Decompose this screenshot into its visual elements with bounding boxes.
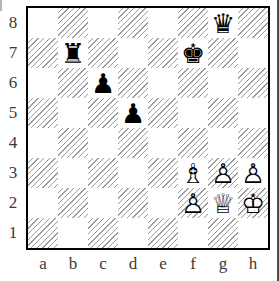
square-e6[interactable] (148, 68, 178, 98)
square-e3[interactable] (148, 158, 178, 188)
square-g6[interactable] (208, 68, 238, 98)
white-king-fill: ♚ (238, 188, 268, 218)
file-labels: abcdefgh (28, 251, 268, 277)
piece-white-queen: ♕ (208, 188, 238, 218)
window-edge-line (277, 0, 279, 281)
square-f5[interactable] (178, 98, 208, 128)
white-bishop-fill: ♝ (178, 158, 208, 188)
square-a2[interactable] (28, 188, 58, 218)
white-pawn-fill: ♟ (208, 158, 238, 188)
square-f6[interactable] (178, 68, 208, 98)
square-a3[interactable] (28, 158, 58, 188)
square-d7[interactable] (118, 38, 148, 68)
square-b6[interactable] (58, 68, 88, 98)
square-f2[interactable]: ♟♙ (178, 188, 208, 218)
piece-white-pawn: ♙ (208, 158, 238, 188)
piece-black-rook: ♜ (58, 38, 88, 68)
file-label-e: e (148, 251, 178, 277)
square-c6[interactable]: ♟ (88, 68, 118, 98)
square-c1[interactable] (88, 218, 118, 248)
square-b7[interactable]: ♜ (58, 38, 88, 68)
white-pawn-fill: ♟ (238, 158, 268, 188)
chess-diagram: ♛♜♚♟♟♝♗♟♙♟♙♟♙♛♕♚♔ 87654321 abcdefgh (0, 0, 279, 281)
square-d4[interactable] (118, 128, 148, 158)
square-c3[interactable] (88, 158, 118, 188)
square-e4[interactable] (148, 128, 178, 158)
square-f4[interactable] (178, 128, 208, 158)
square-h8[interactable] (238, 8, 268, 38)
square-d2[interactable] (118, 188, 148, 218)
square-b2[interactable] (58, 188, 88, 218)
white-queen-fill: ♛ (208, 188, 238, 218)
file-label-a: a (28, 251, 58, 277)
piece-white-bishop: ♗ (178, 158, 208, 188)
square-e1[interactable] (148, 218, 178, 248)
square-f7[interactable]: ♚ (178, 38, 208, 68)
square-a7[interactable] (28, 38, 58, 68)
rank-label-6: 6 (0, 68, 26, 98)
square-e8[interactable] (148, 8, 178, 38)
file-label-d: d (118, 251, 148, 277)
file-label-h: h (238, 251, 268, 277)
square-h3[interactable]: ♟♙ (238, 158, 268, 188)
square-c7[interactable] (88, 38, 118, 68)
square-h4[interactable] (238, 128, 268, 158)
square-b5[interactable] (58, 98, 88, 128)
square-h1[interactable] (238, 218, 268, 248)
rank-label-5: 5 (0, 98, 26, 128)
square-a4[interactable] (28, 128, 58, 158)
square-e2[interactable] (148, 188, 178, 218)
square-e5[interactable] (148, 98, 178, 128)
square-d8[interactable] (118, 8, 148, 38)
square-b1[interactable] (58, 218, 88, 248)
square-a6[interactable] (28, 68, 58, 98)
square-c4[interactable] (88, 128, 118, 158)
file-label-f: f (178, 251, 208, 277)
piece-black-pawn: ♟ (118, 98, 148, 128)
square-f1[interactable] (178, 218, 208, 248)
chess-board: ♛♜♚♟♟♝♗♟♙♟♙♟♙♛♕♚♔ (26, 6, 270, 250)
rank-label-2: 2 (0, 188, 26, 218)
window-edge-fragment (0, 0, 2, 11)
square-h5[interactable] (238, 98, 268, 128)
square-g3[interactable]: ♟♙ (208, 158, 238, 188)
square-d1[interactable] (118, 218, 148, 248)
square-h7[interactable] (238, 38, 268, 68)
square-e7[interactable] (148, 38, 178, 68)
square-g8[interactable]: ♛ (208, 8, 238, 38)
piece-black-king: ♚ (178, 38, 208, 68)
rank-label-1: 1 (0, 218, 26, 248)
square-f8[interactable] (178, 8, 208, 38)
square-g2[interactable]: ♛♕ (208, 188, 238, 218)
square-b8[interactable] (58, 8, 88, 38)
file-label-c: c (88, 251, 118, 277)
piece-white-pawn: ♙ (238, 158, 268, 188)
rank-labels: 87654321 (0, 8, 26, 248)
piece-white-king: ♔ (238, 188, 268, 218)
square-a1[interactable] (28, 218, 58, 248)
square-d5[interactable]: ♟ (118, 98, 148, 128)
square-f3[interactable]: ♝♗ (178, 158, 208, 188)
square-a8[interactable] (28, 8, 58, 38)
piece-black-queen: ♛ (208, 8, 238, 38)
square-d3[interactable] (118, 158, 148, 188)
square-g1[interactable] (208, 218, 238, 248)
square-b3[interactable] (58, 158, 88, 188)
square-h6[interactable] (238, 68, 268, 98)
square-c8[interactable] (88, 8, 118, 38)
file-label-g: g (208, 251, 238, 277)
square-h2[interactable]: ♚♔ (238, 188, 268, 218)
rank-label-4: 4 (0, 128, 26, 158)
piece-black-pawn: ♟ (88, 68, 118, 98)
rank-label-3: 3 (0, 158, 26, 188)
square-c5[interactable] (88, 98, 118, 128)
square-g4[interactable] (208, 128, 238, 158)
square-b4[interactable] (58, 128, 88, 158)
rank-label-7: 7 (0, 38, 26, 68)
square-d6[interactable] (118, 68, 148, 98)
square-c2[interactable] (88, 188, 118, 218)
piece-white-pawn: ♙ (178, 188, 208, 218)
square-g7[interactable] (208, 38, 238, 68)
rank-label-8: 8 (0, 8, 26, 38)
square-g5[interactable] (208, 98, 238, 128)
white-pawn-fill: ♟ (178, 188, 208, 218)
file-label-b: b (58, 251, 88, 277)
square-a5[interactable] (28, 98, 58, 128)
